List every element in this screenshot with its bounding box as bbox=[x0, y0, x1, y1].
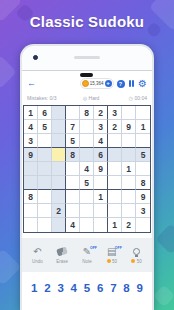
speaker-bar bbox=[74, 56, 100, 59]
sudoku-cell[interactable] bbox=[80, 190, 94, 204]
sudoku-cell[interactable]: 8 bbox=[24, 190, 38, 204]
sudoku-cell[interactable] bbox=[136, 134, 150, 148]
sudoku-cell[interactable] bbox=[52, 218, 66, 232]
sudoku-grid: 16823457329135498654915881923412 bbox=[23, 105, 151, 233]
erase-button[interactable]: Erase bbox=[51, 246, 73, 264]
pause-icon bbox=[129, 80, 131, 87]
numpad-key-8[interactable]: 8 bbox=[123, 283, 129, 295]
add-coins-button[interactable]: + bbox=[105, 80, 112, 87]
sudoku-cell[interactable]: 3 bbox=[136, 204, 150, 218]
sudoku-cell[interactable]: 6 bbox=[94, 148, 108, 162]
lightbulb-icon bbox=[133, 248, 140, 255]
sudoku-cell[interactable]: 3 bbox=[108, 106, 122, 120]
numpad-key-4[interactable]: 4 bbox=[71, 283, 77, 295]
sudoku-cell[interactable] bbox=[94, 176, 108, 190]
hint-price: 50 bbox=[137, 259, 142, 264]
sudoku-cell[interactable] bbox=[136, 162, 150, 176]
sudoku-cell[interactable] bbox=[122, 148, 136, 162]
difficulty-label: Hard bbox=[89, 95, 100, 101]
screenshot: Classic Sudoku ← 15,364 + ? ⚙ Mistakes bbox=[0, 0, 174, 310]
smart-note-button[interactable]: OFF ▤ 50 bbox=[101, 246, 123, 264]
number-pad: 1 2 3 4 5 6 7 8 9 bbox=[22, 276, 152, 302]
coin-icon bbox=[82, 80, 89, 87]
sudoku-cell[interactable]: 4 bbox=[24, 120, 38, 134]
sudoku-cell[interactable] bbox=[52, 176, 66, 190]
note-button[interactable]: OFF ✎ Note bbox=[76, 246, 98, 264]
phone-bezel bbox=[22, 46, 152, 70]
sudoku-cell[interactable] bbox=[80, 120, 94, 134]
sudoku-cell[interactable] bbox=[80, 148, 94, 162]
toolbar: ↶ Undo Erase OFF ✎ Note OFF ▤ 50 bbox=[22, 238, 152, 272]
sudoku-cell[interactable]: 2 bbox=[52, 204, 66, 218]
numpad-key-7[interactable]: 7 bbox=[110, 283, 116, 295]
sudoku-cell[interactable]: 5 bbox=[38, 120, 52, 134]
coin-count: 15,364 bbox=[90, 81, 104, 86]
sudoku-cell[interactable] bbox=[66, 204, 80, 218]
sudoku-cell[interactable] bbox=[94, 218, 108, 232]
sudoku-cell[interactable] bbox=[108, 176, 122, 190]
sudoku-cell[interactable]: 1 bbox=[24, 106, 38, 120]
sudoku-cell[interactable] bbox=[52, 148, 66, 162]
app-screen: ← 15,364 + ? ⚙ Mistakes: 0/3 ◎ Hard ◷ bbox=[22, 70, 152, 310]
back-arrow-icon[interactable]: ← bbox=[27, 79, 36, 88]
difficulty-badge[interactable]: ◎ Hard bbox=[67, 95, 115, 101]
sudoku-cell[interactable] bbox=[52, 134, 66, 148]
sudoku-cell[interactable]: 1 bbox=[94, 190, 108, 204]
sudoku-cell[interactable] bbox=[38, 134, 52, 148]
sudoku-cell[interactable]: 5 bbox=[66, 134, 80, 148]
numpad-key-6[interactable]: 6 bbox=[97, 283, 103, 295]
sudoku-cell[interactable] bbox=[108, 190, 122, 204]
sudoku-cell[interactable] bbox=[52, 120, 66, 134]
page-title: Classic Sudoku bbox=[0, 0, 174, 42]
sudoku-cell[interactable] bbox=[24, 176, 38, 190]
sudoku-cell[interactable] bbox=[24, 204, 38, 218]
coin-pill[interactable]: 15,364 + bbox=[80, 78, 114, 89]
undo-label: Undo bbox=[32, 259, 43, 264]
sudoku-cell[interactable]: 8 bbox=[80, 106, 94, 120]
sudoku-cell[interactable] bbox=[122, 106, 136, 120]
sudoku-cell[interactable] bbox=[38, 176, 52, 190]
sudoku-cell[interactable] bbox=[80, 204, 94, 218]
sudoku-cell[interactable] bbox=[66, 162, 80, 176]
sudoku-cell[interactable]: 7 bbox=[66, 120, 80, 134]
sudoku-cell[interactable] bbox=[24, 218, 38, 232]
eraser-icon bbox=[56, 247, 68, 257]
sudoku-cell[interactable]: 5 bbox=[136, 148, 150, 162]
sudoku-cell[interactable] bbox=[66, 190, 80, 204]
settings-button[interactable]: ⚙ bbox=[138, 79, 147, 89]
numpad-key-2[interactable]: 2 bbox=[44, 283, 50, 295]
sudoku-cell[interactable]: 4 bbox=[80, 162, 94, 176]
sudoku-cell[interactable] bbox=[80, 134, 94, 148]
clock-icon: ◷ bbox=[129, 96, 133, 101]
sudoku-cell[interactable]: 5 bbox=[80, 176, 94, 190]
sudoku-cell[interactable] bbox=[24, 162, 38, 176]
numpad-key-5[interactable]: 5 bbox=[84, 283, 90, 295]
help-button[interactable]: ? bbox=[117, 80, 125, 88]
sudoku-cell[interactable]: 8 bbox=[136, 176, 150, 190]
note-label: Note bbox=[82, 259, 92, 264]
numpad-key-1[interactable]: 1 bbox=[31, 283, 37, 295]
phone-frame: ← 15,364 + ? ⚙ Mistakes: 0/3 ◎ Hard ◷ bbox=[20, 44, 154, 310]
sudoku-cell[interactable] bbox=[66, 106, 80, 120]
sudoku-cell[interactable] bbox=[66, 176, 80, 190]
sudoku-cell[interactable] bbox=[122, 134, 136, 148]
sudoku-cell[interactable] bbox=[108, 204, 122, 218]
sudoku-cell[interactable]: 6 bbox=[38, 106, 52, 120]
sudoku-cell[interactable] bbox=[38, 218, 52, 232]
sudoku-cell[interactable] bbox=[108, 162, 122, 176]
timer-value: 00:04 bbox=[134, 95, 147, 101]
sudoku-cell[interactable]: 1 bbox=[136, 120, 150, 134]
sudoku-cell[interactable] bbox=[38, 190, 52, 204]
sudoku-cell[interactable] bbox=[38, 148, 52, 162]
sudoku-cell[interactable] bbox=[80, 218, 94, 232]
sudoku-cell[interactable]: 2 bbox=[108, 120, 122, 134]
sudoku-cell[interactable]: 9 bbox=[24, 148, 38, 162]
sudoku-cell[interactable]: 3 bbox=[94, 120, 108, 134]
coin-icon bbox=[131, 259, 135, 263]
sudoku-cell[interactable]: 2 bbox=[94, 106, 108, 120]
sudoku-cell[interactable] bbox=[108, 148, 122, 162]
erase-label: Erase bbox=[56, 259, 68, 264]
mistakes-label: Mistakes: 0/3 bbox=[27, 95, 67, 101]
undo-icon: ↶ bbox=[33, 246, 41, 257]
numpad-key-3[interactable]: 3 bbox=[57, 283, 63, 295]
sudoku-cell[interactable] bbox=[38, 204, 52, 218]
sudoku-cell[interactable]: 4 bbox=[66, 218, 80, 232]
notch bbox=[80, 73, 93, 77]
undo-button[interactable]: ↶ Undo bbox=[26, 246, 48, 264]
sudoku-cell[interactable]: 9 bbox=[122, 120, 136, 134]
smart-note-price: 50 bbox=[112, 259, 117, 264]
sudoku-cell[interactable] bbox=[136, 218, 150, 232]
sudoku-cell[interactable]: 4 bbox=[94, 134, 108, 148]
numpad-key-9[interactable]: 9 bbox=[137, 283, 143, 295]
sudoku-cell[interactable] bbox=[52, 106, 66, 120]
status-bar: Mistakes: 0/3 ◎ Hard ◷ 00:04 bbox=[22, 92, 152, 104]
coin-icon bbox=[107, 259, 111, 263]
note-off-badge: OFF bbox=[90, 246, 97, 250]
pause-icon bbox=[132, 80, 134, 87]
hint-button[interactable]: 50 bbox=[126, 246, 148, 264]
sudoku-cell[interactable]: 9 bbox=[136, 190, 150, 204]
sudoku-cell[interactable]: 3 bbox=[24, 134, 38, 148]
sudoku-cell[interactable] bbox=[122, 190, 136, 204]
sudoku-cell[interactable] bbox=[38, 162, 52, 176]
timer: ◷ 00:04 bbox=[115, 95, 147, 101]
sudoku-cell[interactable] bbox=[52, 190, 66, 204]
sudoku-cell[interactable] bbox=[136, 106, 150, 120]
camera-dot-icon bbox=[33, 55, 38, 60]
pause-button[interactable] bbox=[128, 80, 136, 87]
sudoku-cell[interactable] bbox=[94, 204, 108, 218]
sudoku-cell[interactable]: 2 bbox=[122, 218, 136, 232]
medal-icon: ◎ bbox=[83, 96, 87, 101]
sudoku-cell[interactable] bbox=[122, 176, 136, 190]
sudoku-cell[interactable]: 9 bbox=[94, 162, 108, 176]
sudoku-cell[interactable]: 1 bbox=[122, 162, 136, 176]
sudoku-cell[interactable] bbox=[108, 134, 122, 148]
sudoku-cell[interactable]: 8 bbox=[66, 148, 80, 162]
sudoku-cell[interactable] bbox=[52, 162, 66, 176]
sudoku-cell[interactable] bbox=[122, 204, 136, 218]
sudoku-cell[interactable]: 1 bbox=[108, 218, 122, 232]
smart-note-off-badge: OFF bbox=[115, 246, 122, 250]
